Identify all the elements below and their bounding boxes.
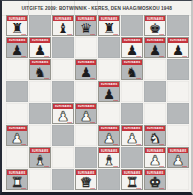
stamp-denomination: SR$ — [22, 186, 26, 188]
square-g3: SURINAME♞SR$ — [144, 125, 166, 146]
square-a2 — [6, 147, 28, 168]
square-a5 — [6, 81, 28, 102]
square-e4 — [98, 103, 120, 124]
stamp-denomination: SR$ — [137, 142, 141, 144]
square-a6 — [6, 59, 28, 80]
stamp-denomination: SR$ — [160, 164, 164, 166]
square-f4 — [121, 103, 143, 124]
stamp-denomination: SR$ — [183, 164, 187, 166]
square-f7: SURINAME♟SR$ — [121, 37, 143, 58]
square-e1 — [98, 169, 120, 190]
square-g5 — [144, 81, 166, 102]
square-c7 — [52, 37, 74, 58]
square-c5 — [52, 81, 74, 102]
square-g1: SURINAME♚SR$ — [144, 169, 166, 190]
square-c8: SURINAME♝SR$ — [52, 15, 74, 36]
square-a4 — [6, 103, 28, 124]
square-g7: SURINAME♟SR$ — [144, 37, 166, 58]
square-c4: SURINAME♟SR$ — [52, 103, 74, 124]
stamp-denomination: SR$ — [114, 142, 118, 144]
square-f3: SURINAME♟SR$ — [121, 125, 143, 146]
stamp-denomination: SR$ — [22, 54, 26, 56]
square-h5 — [167, 81, 189, 102]
stamp-denomination: SR$ — [45, 76, 49, 78]
chess-board: SURINAME♜SR$SURINAME♝SR$SURINAME♛SR$SURI… — [6, 15, 189, 190]
stamp-sheet: UITGIFTE 2009: BOTWINNIK - KERES, DEN HA… — [0, 0, 193, 195]
square-c6 — [52, 59, 74, 80]
square-a1: SURINAME♜SR$ — [6, 169, 28, 190]
square-d5 — [75, 81, 97, 102]
stamp-denomination: SR$ — [91, 76, 95, 78]
stamp-denomination: SR$ — [91, 32, 95, 34]
square-b5 — [29, 81, 51, 102]
square-e5: SURINAME♟SR$ — [98, 81, 120, 102]
stamp-denomination: SR$ — [45, 54, 49, 56]
square-b1 — [29, 169, 51, 190]
square-d8: SURINAME♛SR$ — [75, 15, 97, 36]
square-b2: SURINAME♝SR$ — [29, 147, 51, 168]
square-e8: SURINAME♜SR$ — [98, 15, 120, 36]
square-f6: SURINAME♞SR$ — [121, 59, 143, 80]
stamp-denomination: SR$ — [137, 54, 141, 56]
square-d4: SURINAME♟SR$ — [75, 103, 97, 124]
square-f5 — [121, 81, 143, 102]
square-e6 — [98, 59, 120, 80]
square-d2 — [75, 147, 97, 168]
square-c3 — [52, 125, 74, 146]
square-d7 — [75, 37, 97, 58]
stamp-denomination: SR$ — [22, 142, 26, 144]
square-c1 — [52, 169, 74, 190]
square-d1: SURINAME♛SR$ — [75, 169, 97, 190]
sheet-header: UITGIFTE 2009: BOTWINNIK - KERES, DEN HA… — [2, 1, 191, 16]
stamp-denomination: SR$ — [68, 120, 72, 122]
square-a8: SURINAME♜SR$ — [6, 15, 28, 36]
square-b7: SURINAME♟SR$ — [29, 37, 51, 58]
square-h6 — [167, 59, 189, 80]
stamp-denomination: SR$ — [22, 32, 26, 34]
stamp-denomination: SR$ — [114, 32, 118, 34]
stamp-denomination: SR$ — [137, 76, 141, 78]
sheet-title: UITGIFTE 2009: BOTWINNIK - KERES, DEN HA… — [21, 5, 171, 10]
square-g2: SURINAME♟SR$ — [144, 147, 166, 168]
square-g8: SURINAME♚SR$ — [144, 15, 166, 36]
square-d6: SURINAME♟SR$ — [75, 59, 97, 80]
stamp-denomination: SR$ — [160, 32, 164, 34]
stamp-denomination: SR$ — [114, 98, 118, 100]
square-f2 — [121, 147, 143, 168]
square-e7 — [98, 37, 120, 58]
square-h2: SURINAME♟SR$ — [167, 147, 189, 168]
stamp-denomination: SR$ — [114, 164, 118, 166]
square-h8 — [167, 15, 189, 36]
square-a7: SURINAME♟SR$ — [6, 37, 28, 58]
square-b8 — [29, 15, 51, 36]
stamp-denomination: SR$ — [68, 32, 72, 34]
square-h7: SURINAME♟SR$ — [167, 37, 189, 58]
square-g4 — [144, 103, 166, 124]
square-e2: SURINAME♝SR$ — [98, 147, 120, 168]
stamp-denomination: SR$ — [91, 186, 95, 188]
square-b4 — [29, 103, 51, 124]
square-h4 — [167, 103, 189, 124]
stamp-denomination: SR$ — [45, 164, 49, 166]
square-h1 — [167, 169, 189, 190]
stamp-denomination: SR$ — [160, 142, 164, 144]
square-c2 — [52, 147, 74, 168]
square-f1: SURINAME♜SR$ — [121, 169, 143, 190]
square-h3 — [167, 125, 189, 146]
stamp-denomination: SR$ — [137, 186, 141, 188]
square-f8 — [121, 15, 143, 36]
stamp-denomination: SR$ — [160, 54, 164, 56]
stamp-denomination: SR$ — [91, 120, 95, 122]
square-d3 — [75, 125, 97, 146]
square-b3 — [29, 125, 51, 146]
stamp-denomination: SR$ — [183, 54, 187, 56]
square-e3: SURINAME♟SR$ — [98, 125, 120, 146]
stamp-denomination: SR$ — [160, 186, 164, 188]
square-b6: SURINAME♞SR$ — [29, 59, 51, 80]
square-a3: SURINAME♟SR$ — [6, 125, 28, 146]
square-g6 — [144, 59, 166, 80]
